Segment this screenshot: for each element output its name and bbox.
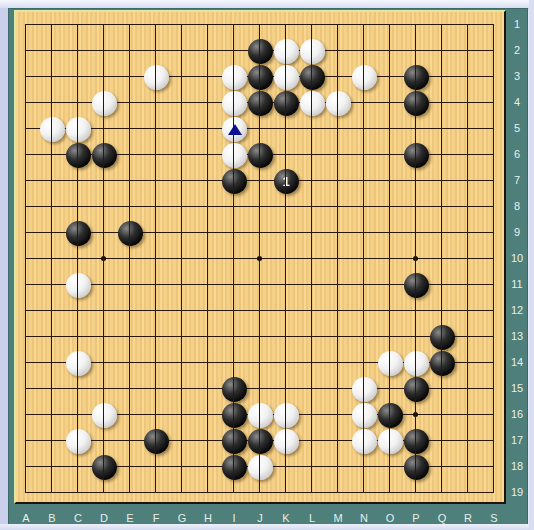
intersection[interactable] [13,324,39,350]
intersection[interactable] [299,246,325,272]
intersection[interactable] [39,428,65,454]
intersection[interactable] [65,220,91,246]
intersection[interactable] [429,142,455,168]
intersection[interactable] [169,454,195,480]
intersection[interactable] [455,350,481,376]
intersection[interactable] [351,38,377,64]
intersection[interactable] [325,376,351,402]
intersection[interactable] [195,272,221,298]
intersection[interactable] [221,246,247,272]
intersection[interactable] [247,116,273,142]
intersection[interactable] [117,64,143,90]
intersection[interactable] [91,376,117,402]
intersection[interactable] [91,142,117,168]
intersection[interactable] [299,220,325,246]
intersection[interactable] [195,64,221,90]
intersection[interactable] [91,428,117,454]
intersection[interactable] [325,454,351,480]
intersection[interactable] [377,298,403,324]
intersection[interactable] [273,298,299,324]
intersection[interactable] [455,220,481,246]
intersection[interactable] [169,272,195,298]
intersection[interactable] [455,90,481,116]
intersection[interactable] [377,272,403,298]
intersection[interactable] [273,194,299,220]
intersection[interactable] [481,298,507,324]
intersection[interactable] [481,454,507,480]
intersection[interactable] [351,142,377,168]
intersection[interactable] [143,194,169,220]
intersection[interactable] [403,142,429,168]
intersection[interactable] [377,64,403,90]
intersection[interactable] [247,454,273,480]
intersection[interactable] [429,90,455,116]
intersection[interactable] [39,220,65,246]
intersection[interactable] [299,428,325,454]
intersection[interactable] [13,38,39,64]
intersection[interactable] [455,116,481,142]
intersection[interactable] [195,116,221,142]
intersection[interactable] [117,168,143,194]
intersection[interactable] [325,402,351,428]
intersection[interactable] [273,64,299,90]
intersection[interactable] [377,454,403,480]
intersection[interactable] [481,116,507,142]
intersection[interactable] [39,376,65,402]
intersection[interactable] [429,324,455,350]
intersection[interactable] [351,194,377,220]
intersection[interactable] [377,116,403,142]
intersection[interactable] [403,116,429,142]
intersection[interactable] [195,12,221,38]
intersection[interactable] [221,38,247,64]
intersection[interactable] [299,194,325,220]
intersection[interactable] [143,298,169,324]
intersection[interactable] [299,168,325,194]
intersection[interactable] [91,116,117,142]
intersection[interactable] [481,64,507,90]
intersection[interactable] [455,12,481,38]
intersection[interactable] [247,220,273,246]
intersection[interactable] [39,402,65,428]
intersection[interactable] [351,376,377,402]
intersection[interactable] [247,402,273,428]
intersection[interactable] [429,12,455,38]
intersection[interactable] [273,220,299,246]
intersection[interactable] [39,272,65,298]
intersection[interactable] [39,324,65,350]
intersection[interactable] [325,272,351,298]
intersection[interactable] [299,376,325,402]
intersection[interactable] [247,168,273,194]
intersection[interactable] [273,454,299,480]
intersection[interactable] [481,350,507,376]
intersection[interactable] [91,402,117,428]
intersection[interactable] [273,12,299,38]
intersection[interactable] [403,64,429,90]
intersection[interactable] [91,298,117,324]
intersection[interactable] [273,116,299,142]
intersection[interactable] [273,350,299,376]
intersection[interactable] [351,116,377,142]
intersection[interactable] [169,428,195,454]
intersection[interactable] [403,194,429,220]
intersection[interactable] [377,428,403,454]
intersection[interactable] [91,64,117,90]
intersection[interactable] [13,168,39,194]
intersection[interactable] [351,272,377,298]
intersection[interactable] [143,142,169,168]
intersection[interactable] [195,246,221,272]
intersection[interactable] [351,350,377,376]
intersection[interactable] [65,272,91,298]
intersection[interactable] [91,454,117,480]
intersection[interactable] [247,90,273,116]
intersection[interactable] [299,350,325,376]
intersection[interactable] [325,298,351,324]
intersection[interactable] [39,480,65,506]
intersection[interactable] [117,272,143,298]
intersection[interactable] [403,324,429,350]
intersection[interactable]: 1 [273,168,299,194]
intersection[interactable] [117,38,143,64]
intersection[interactable] [351,324,377,350]
intersection[interactable] [13,376,39,402]
intersection[interactable] [13,454,39,480]
intersection[interactable] [117,90,143,116]
intersection[interactable] [455,64,481,90]
intersection[interactable] [273,38,299,64]
intersection[interactable] [455,402,481,428]
intersection[interactable] [273,272,299,298]
intersection[interactable] [13,90,39,116]
intersection[interactable] [429,220,455,246]
intersection[interactable] [169,246,195,272]
intersection[interactable] [143,480,169,506]
intersection[interactable] [91,350,117,376]
intersection[interactable] [169,350,195,376]
intersection[interactable] [143,402,169,428]
intersection[interactable] [247,324,273,350]
intersection[interactable] [143,428,169,454]
intersection[interactable] [195,324,221,350]
intersection[interactable] [247,12,273,38]
intersection[interactable] [429,454,455,480]
intersection[interactable] [169,402,195,428]
intersection[interactable] [299,298,325,324]
intersection[interactable] [169,168,195,194]
intersection[interactable] [481,220,507,246]
intersection[interactable] [403,376,429,402]
intersection[interactable] [39,38,65,64]
intersection[interactable] [143,350,169,376]
intersection[interactable] [195,480,221,506]
intersection[interactable] [117,12,143,38]
intersection[interactable] [65,142,91,168]
intersection[interactable] [325,64,351,90]
intersection[interactable] [403,12,429,38]
intersection[interactable] [403,428,429,454]
intersection[interactable] [169,116,195,142]
intersection[interactable] [195,168,221,194]
intersection[interactable] [455,376,481,402]
intersection[interactable] [299,272,325,298]
intersection[interactable] [247,428,273,454]
intersection[interactable] [247,246,273,272]
intersection[interactable] [39,350,65,376]
intersection[interactable] [403,454,429,480]
intersection[interactable] [429,402,455,428]
intersection[interactable] [65,454,91,480]
intersection[interactable] [351,90,377,116]
intersection[interactable] [143,454,169,480]
intersection[interactable] [13,350,39,376]
intersection[interactable] [39,90,65,116]
intersection[interactable] [117,376,143,402]
intersection[interactable] [403,38,429,64]
intersection[interactable] [377,480,403,506]
intersection[interactable] [299,38,325,64]
intersection[interactable] [429,298,455,324]
intersection[interactable] [351,402,377,428]
intersection[interactable] [221,298,247,324]
intersection[interactable] [325,350,351,376]
intersection[interactable] [39,168,65,194]
intersection[interactable] [221,428,247,454]
intersection[interactable] [143,12,169,38]
intersection[interactable] [455,272,481,298]
intersection[interactable] [65,246,91,272]
intersection[interactable] [65,38,91,64]
intersection[interactable] [481,246,507,272]
intersection[interactable] [221,480,247,506]
intersection[interactable] [221,142,247,168]
intersection[interactable] [481,480,507,506]
intersection[interactable] [13,428,39,454]
intersection[interactable] [455,454,481,480]
intersection[interactable] [143,272,169,298]
intersection[interactable] [351,480,377,506]
intersection[interactable] [195,428,221,454]
intersection[interactable] [377,350,403,376]
intersection[interactable] [39,298,65,324]
intersection[interactable] [143,220,169,246]
intersection[interactable] [117,246,143,272]
intersection[interactable] [351,64,377,90]
intersection[interactable] [13,246,39,272]
intersection[interactable] [351,298,377,324]
intersection[interactable] [169,480,195,506]
intersection[interactable] [65,480,91,506]
intersection[interactable] [65,12,91,38]
intersection[interactable] [429,64,455,90]
intersection[interactable] [429,480,455,506]
intersection[interactable] [247,350,273,376]
intersection[interactable] [273,402,299,428]
intersection[interactable] [195,220,221,246]
intersection[interactable] [169,12,195,38]
intersection[interactable] [13,402,39,428]
intersection[interactable] [91,194,117,220]
intersection[interactable] [195,454,221,480]
intersection[interactable] [325,194,351,220]
intersection[interactable] [273,428,299,454]
intersection[interactable] [377,168,403,194]
intersection[interactable] [455,246,481,272]
intersection[interactable] [455,38,481,64]
intersection[interactable] [299,480,325,506]
intersection[interactable] [429,168,455,194]
intersection[interactable] [91,324,117,350]
intersection[interactable] [221,272,247,298]
intersection[interactable] [39,142,65,168]
intersection[interactable] [169,64,195,90]
intersection[interactable] [273,480,299,506]
intersection[interactable] [117,428,143,454]
intersection[interactable] [481,90,507,116]
intersection[interactable] [455,298,481,324]
intersection[interactable] [13,12,39,38]
intersection[interactable] [325,246,351,272]
intersection[interactable] [195,90,221,116]
intersection[interactable] [325,428,351,454]
intersection[interactable] [195,142,221,168]
intersection[interactable] [117,480,143,506]
intersection[interactable] [273,376,299,402]
intersection[interactable] [65,194,91,220]
intersection[interactable] [221,350,247,376]
intersection[interactable] [169,90,195,116]
intersection[interactable] [117,402,143,428]
intersection[interactable] [117,142,143,168]
intersection[interactable] [299,64,325,90]
intersection[interactable] [403,168,429,194]
intersection[interactable] [299,12,325,38]
intersection[interactable] [247,480,273,506]
intersection[interactable] [455,168,481,194]
intersection[interactable] [299,324,325,350]
intersection[interactable] [429,428,455,454]
intersection[interactable] [455,480,481,506]
intersection[interactable] [299,116,325,142]
intersection[interactable] [143,324,169,350]
intersection[interactable] [429,194,455,220]
intersection[interactable] [403,298,429,324]
intersection[interactable] [325,324,351,350]
intersection[interactable] [247,142,273,168]
intersection[interactable] [195,298,221,324]
intersection[interactable] [481,194,507,220]
intersection[interactable] [403,220,429,246]
intersection[interactable] [117,324,143,350]
intersection[interactable] [65,168,91,194]
intersection[interactable] [221,324,247,350]
intersection[interactable] [273,142,299,168]
intersection[interactable] [377,220,403,246]
intersection[interactable] [377,324,403,350]
intersection[interactable] [169,220,195,246]
intersection[interactable] [221,64,247,90]
intersection[interactable] [65,324,91,350]
intersection[interactable] [39,194,65,220]
intersection[interactable] [91,220,117,246]
intersection[interactable] [377,12,403,38]
intersection[interactable] [247,194,273,220]
intersection[interactable] [65,64,91,90]
intersection[interactable] [143,64,169,90]
intersection[interactable] [117,220,143,246]
intersection[interactable] [351,168,377,194]
intersection[interactable] [65,116,91,142]
intersection[interactable] [169,298,195,324]
intersection[interactable] [221,376,247,402]
intersection[interactable] [39,454,65,480]
intersection[interactable] [221,454,247,480]
intersection[interactable] [351,428,377,454]
intersection[interactable] [377,38,403,64]
intersection[interactable] [351,246,377,272]
intersection[interactable] [13,64,39,90]
intersection[interactable] [455,324,481,350]
intersection[interactable] [377,194,403,220]
intersection[interactable] [377,402,403,428]
intersection[interactable] [481,168,507,194]
intersection[interactable] [325,12,351,38]
intersection[interactable] [117,194,143,220]
intersection[interactable] [403,350,429,376]
intersection[interactable] [91,272,117,298]
intersection[interactable] [117,116,143,142]
intersection[interactable] [403,246,429,272]
intersection[interactable] [481,402,507,428]
intersection[interactable] [91,90,117,116]
intersection[interactable] [195,376,221,402]
intersection[interactable] [65,350,91,376]
intersection[interactable] [377,246,403,272]
intersection[interactable] [91,246,117,272]
intersection[interactable] [65,402,91,428]
intersection[interactable] [273,324,299,350]
intersection[interactable] [91,480,117,506]
intersection[interactable] [299,402,325,428]
intersection[interactable] [429,116,455,142]
intersection[interactable] [403,272,429,298]
intersection[interactable] [91,38,117,64]
intersection[interactable] [13,220,39,246]
intersection[interactable] [13,272,39,298]
intersection[interactable] [429,246,455,272]
intersection[interactable] [481,142,507,168]
intersection[interactable] [325,480,351,506]
intersection[interactable] [13,194,39,220]
intersection[interactable] [117,298,143,324]
intersection[interactable] [221,116,247,142]
intersection[interactable] [325,116,351,142]
intersection[interactable] [143,376,169,402]
intersection[interactable] [143,116,169,142]
intersection[interactable] [91,168,117,194]
intersection[interactable] [195,350,221,376]
intersection[interactable] [325,142,351,168]
intersection[interactable] [481,272,507,298]
intersection[interactable] [169,324,195,350]
intersection[interactable] [351,454,377,480]
intersection[interactable] [65,428,91,454]
intersection[interactable] [273,246,299,272]
intersection[interactable] [169,194,195,220]
intersection[interactable] [247,64,273,90]
intersection[interactable] [299,142,325,168]
